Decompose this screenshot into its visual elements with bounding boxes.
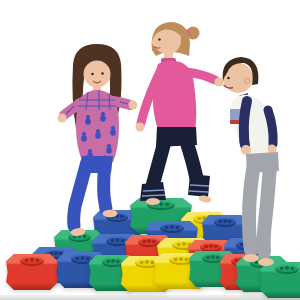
girl-middle-eye: [158, 38, 160, 40]
girl-left-face: [84, 61, 111, 88]
girl-left-foot: [103, 210, 118, 218]
child-girl-middle: [136, 22, 224, 205]
girl-left-hand: [129, 101, 138, 110]
boy-foot: [258, 258, 274, 266]
girl-left-jeans-leg: [104, 162, 106, 209]
boy-hand: [268, 145, 277, 154]
boy-hand: [241, 145, 251, 155]
boy-eye: [227, 77, 230, 80]
girl-middle-hand: [136, 123, 145, 132]
children: [0, 0, 300, 300]
girl-left-eye: [101, 72, 104, 75]
boy-ear: [244, 78, 249, 83]
girl-middle-foot: [146, 198, 160, 205]
girl-left-eye: [91, 73, 94, 76]
girl-left-jeans-leg: [74, 162, 87, 226]
child-boy-right: [223, 57, 279, 266]
boy-sleeve: [268, 110, 273, 144]
child-girl-left: [58, 44, 138, 237]
girl-middle-hand: [215, 78, 224, 87]
boy-pants-leg: [249, 164, 254, 250]
boy-pants-leg: [264, 164, 270, 252]
girl-left-hand: [58, 114, 67, 123]
photo-scene: [0, 0, 300, 300]
boy-foot: [243, 254, 259, 262]
boy-sleeve: [244, 101, 247, 145]
